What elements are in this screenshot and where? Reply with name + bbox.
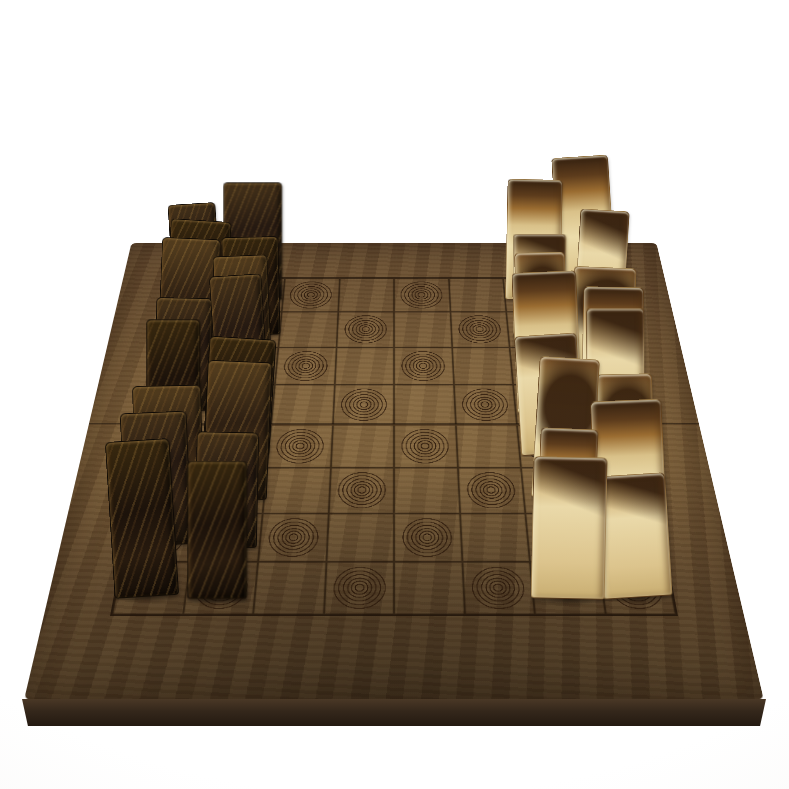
square-c6[interactable] xyxy=(275,347,336,385)
square-b5[interactable] xyxy=(210,385,275,425)
square-e5[interactable] xyxy=(394,385,455,425)
square-g4[interactable] xyxy=(517,425,585,468)
square-d3[interactable] xyxy=(328,468,394,514)
square-g8[interactable] xyxy=(503,278,562,311)
square-b2[interactable] xyxy=(190,513,263,562)
square-g7[interactable] xyxy=(506,312,567,347)
square-g2[interactable] xyxy=(525,513,598,562)
square-e7[interactable] xyxy=(394,312,452,347)
square-b8[interactable] xyxy=(226,278,285,311)
square-d6[interactable] xyxy=(334,347,394,385)
square-e6[interactable] xyxy=(394,347,454,385)
square-f6[interactable] xyxy=(452,347,513,385)
square-h4[interactable] xyxy=(578,425,648,468)
square-f1[interactable] xyxy=(462,562,535,614)
square-c2[interactable] xyxy=(258,513,328,562)
square-h2[interactable] xyxy=(591,513,666,562)
square-c7[interactable] xyxy=(278,312,337,347)
square-d7[interactable] xyxy=(336,312,394,347)
square-g5[interactable] xyxy=(513,385,578,425)
square-a8[interactable] xyxy=(170,278,231,311)
square-h8[interactable] xyxy=(558,278,619,311)
square-h5[interactable] xyxy=(573,385,640,425)
square-g1[interactable] xyxy=(530,562,605,614)
square-a1[interactable] xyxy=(112,562,190,614)
square-c4[interactable] xyxy=(267,425,333,468)
square-h3[interactable] xyxy=(584,468,656,514)
square-d2[interactable] xyxy=(326,513,394,562)
square-e8[interactable] xyxy=(394,278,450,311)
square-f3[interactable] xyxy=(457,468,525,514)
square-f4[interactable] xyxy=(455,425,521,468)
square-b1[interactable] xyxy=(183,562,258,614)
square-f8[interactable] xyxy=(449,278,507,311)
board-hinge-seam xyxy=(88,423,699,426)
square-b3[interactable] xyxy=(197,468,267,514)
square-h7[interactable] xyxy=(562,312,625,347)
square-g3[interactable] xyxy=(521,468,591,514)
board-3d xyxy=(24,243,764,700)
square-a7[interactable] xyxy=(163,312,226,347)
square-d5[interactable] xyxy=(333,385,394,425)
square-d4[interactable] xyxy=(331,425,394,468)
square-d1[interactable] xyxy=(324,562,394,614)
square-e3[interactable] xyxy=(394,468,460,514)
square-e4[interactable] xyxy=(394,425,457,468)
square-d8[interactable] xyxy=(338,278,394,311)
square-f2[interactable] xyxy=(460,513,530,562)
square-a2[interactable] xyxy=(122,513,197,562)
board-grid xyxy=(110,277,678,616)
square-a3[interactable] xyxy=(131,468,203,514)
square-a4[interactable] xyxy=(140,425,210,468)
square-c8[interactable] xyxy=(282,278,340,311)
square-h1[interactable] xyxy=(598,562,676,614)
square-c1[interactable] xyxy=(253,562,326,614)
square-a6[interactable] xyxy=(156,347,221,385)
square-f5[interactable] xyxy=(454,385,517,425)
square-b4[interactable] xyxy=(204,425,272,468)
square-a5[interactable] xyxy=(148,385,215,425)
square-g6[interactable] xyxy=(510,347,573,385)
square-f7[interactable] xyxy=(450,312,509,347)
square-h6[interactable] xyxy=(567,347,632,385)
product-photo xyxy=(0,0,789,789)
square-b7[interactable] xyxy=(221,312,282,347)
square-c5[interactable] xyxy=(271,385,334,425)
square-e1[interactable] xyxy=(394,562,464,614)
square-e2[interactable] xyxy=(394,513,462,562)
square-b6[interactable] xyxy=(215,347,278,385)
board-front-edge xyxy=(22,699,766,726)
square-c3[interactable] xyxy=(263,468,331,514)
